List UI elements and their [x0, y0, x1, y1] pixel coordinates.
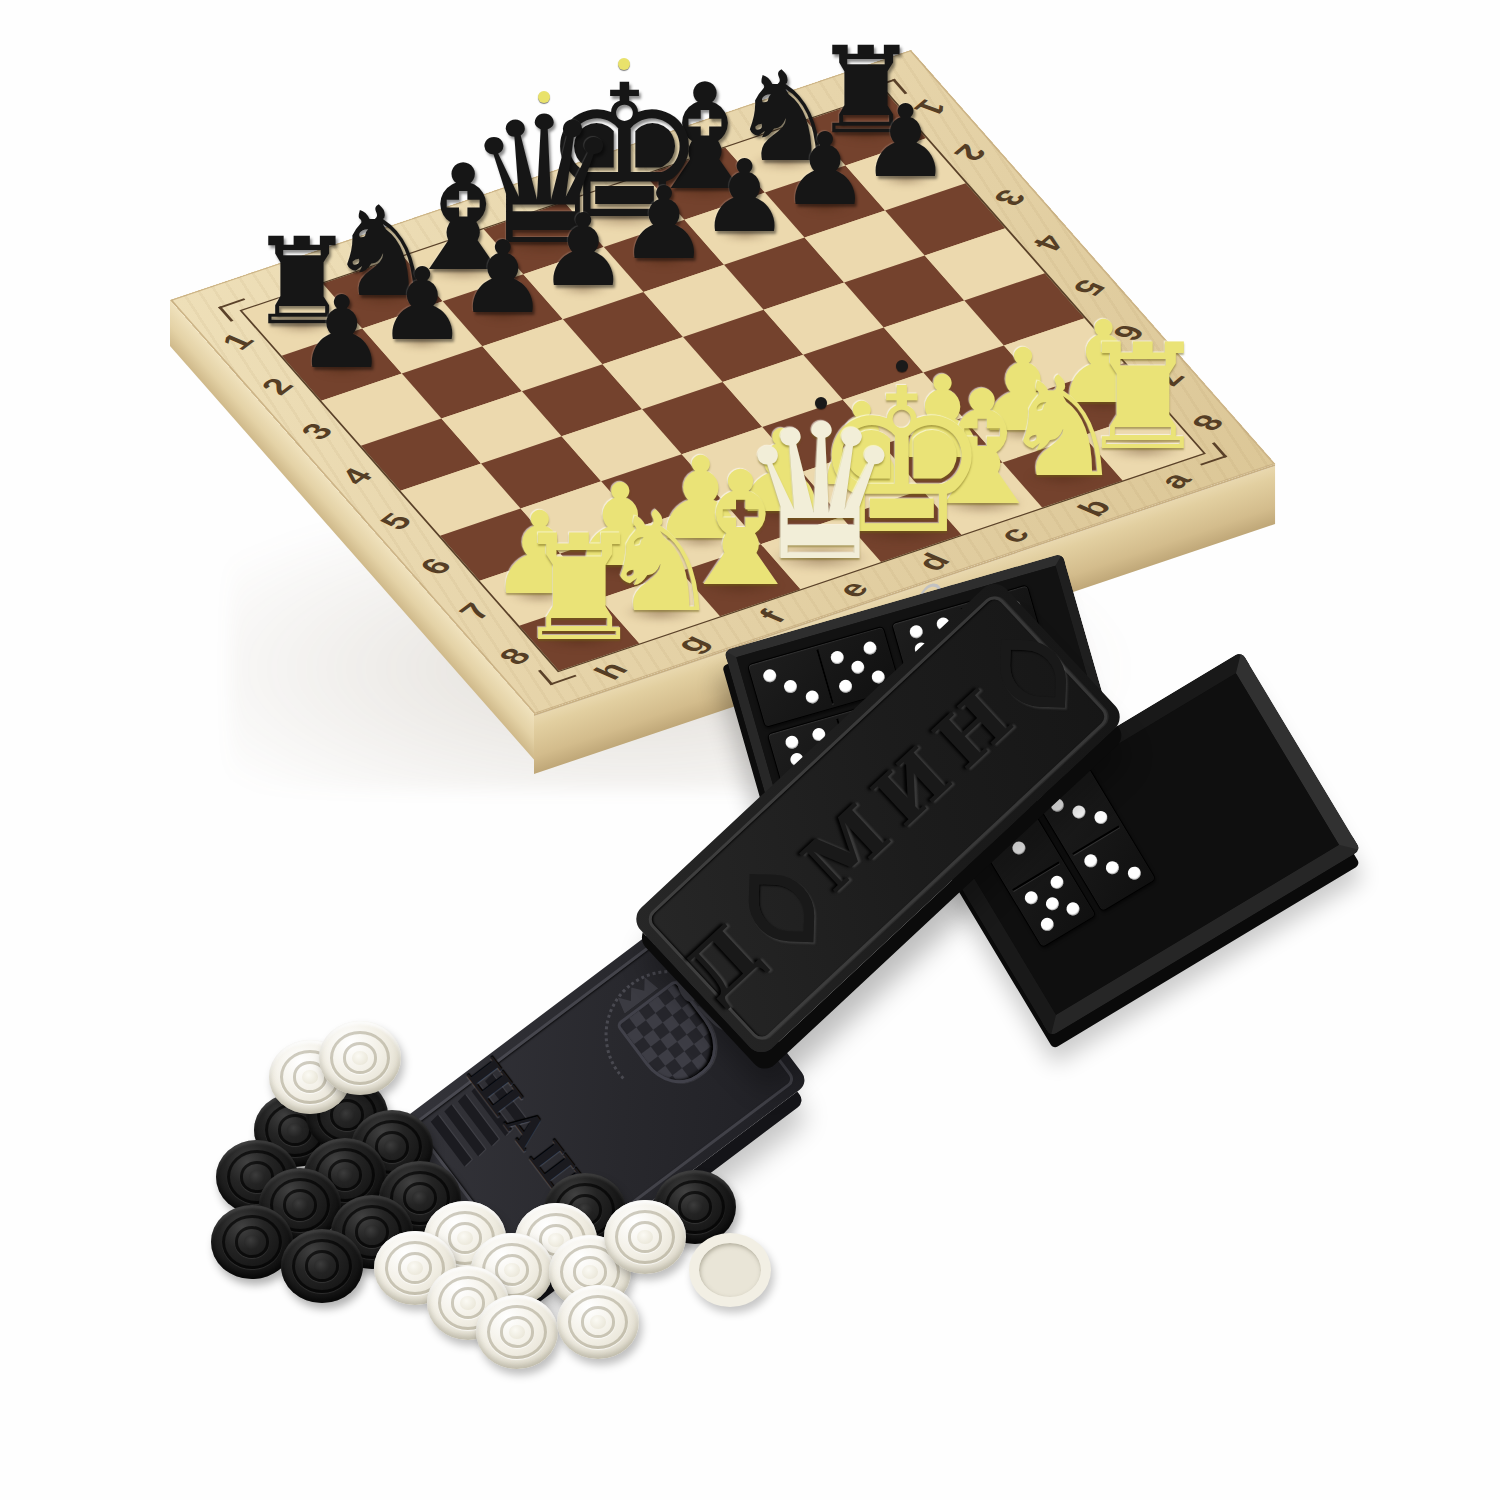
checker-white [319, 1021, 401, 1095]
checker-white [476, 1295, 558, 1369]
checker-white [557, 1285, 639, 1359]
checkers-pieces-layer [0, 0, 1500, 1500]
checker-white-flipped [689, 1233, 771, 1307]
checker-white [604, 1200, 686, 1274]
product-photo-scene: 1h12g23f34e45d56c67b78a8 ♜♞♝♛♚♝♞♜♟♟♟♟♟♟♟… [0, 0, 1500, 1500]
checker-black [281, 1229, 363, 1303]
